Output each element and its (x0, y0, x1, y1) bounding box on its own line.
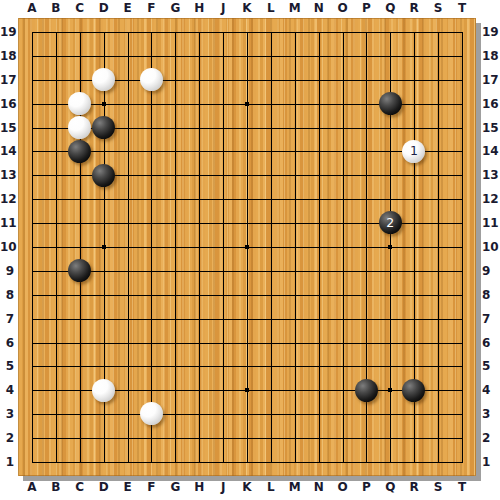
coord-right-1: 1 (482, 454, 500, 470)
coord-bottom-F: F (139, 479, 163, 495)
coord-left-9: 9 (0, 263, 14, 279)
coord-left-1: 1 (0, 454, 14, 470)
coord-left-13: 13 (0, 167, 14, 183)
coord-top-G: G (163, 0, 187, 16)
star-point-K10 (245, 245, 249, 249)
coord-top-T: T (450, 0, 474, 16)
coord-left-11: 11 (0, 215, 14, 231)
coord-bottom-S: S (426, 479, 450, 495)
coord-top-B: B (44, 0, 68, 16)
coord-left-3: 3 (0, 406, 14, 422)
coord-left-16: 16 (0, 96, 14, 112)
coord-left-2: 2 (0, 430, 14, 446)
star-point-K16 (245, 102, 249, 106)
coord-right-12: 12 (482, 191, 500, 207)
coord-right-10: 10 (482, 239, 500, 255)
coord-top-J: J (211, 0, 235, 16)
go-board-diagram: ABCDEFGHJKLMNOPQRST ABCDEFGHJKLMNOPQRST … (0, 0, 500, 500)
coord-left-7: 7 (0, 311, 14, 327)
coord-left-6: 6 (0, 335, 14, 351)
coord-right-8: 8 (482, 287, 500, 303)
black-stone-D13[interactable] (92, 164, 115, 187)
coord-right-19: 19 (482, 24, 500, 40)
coord-top-K: K (235, 0, 259, 16)
coord-right-14: 14 (482, 143, 500, 159)
coord-bottom-J: J (211, 479, 235, 495)
coord-bottom-G: G (163, 479, 187, 495)
white-stone-D17[interactable] (92, 68, 115, 91)
coord-right-3: 3 (482, 406, 500, 422)
coord-right-9: 9 (482, 263, 500, 279)
black-stone-Q16[interactable] (379, 92, 402, 115)
coord-bottom-A: A (20, 479, 44, 495)
star-point-D16 (102, 102, 106, 106)
coord-right-6: 6 (482, 335, 500, 351)
coord-bottom-H: H (187, 479, 211, 495)
coord-right-18: 18 (482, 48, 500, 64)
coord-top-N: N (307, 0, 331, 16)
white-stone-D4[interactable] (92, 379, 115, 402)
coord-top-C: C (68, 0, 92, 16)
coord-bottom-L: L (259, 479, 283, 495)
coord-right-15: 15 (482, 120, 500, 136)
coord-left-10: 10 (0, 239, 14, 255)
star-point-Q10 (388, 245, 392, 249)
coord-bottom-P: P (354, 479, 378, 495)
coord-right-16: 16 (482, 96, 500, 112)
black-stone-C14[interactable] (68, 140, 91, 163)
move-number-2: 2 (386, 217, 394, 230)
coord-left-12: 12 (0, 191, 14, 207)
coord-left-19: 19 (0, 24, 14, 40)
coord-left-18: 18 (0, 48, 14, 64)
star-point-K4 (245, 388, 249, 392)
coord-right-17: 17 (482, 72, 500, 88)
coord-left-14: 14 (0, 143, 14, 159)
coord-left-15: 15 (0, 120, 14, 136)
coord-bottom-D: D (92, 479, 116, 495)
coord-top-A: A (20, 0, 44, 16)
coord-right-13: 13 (482, 167, 500, 183)
coord-right-5: 5 (482, 358, 500, 374)
coord-bottom-M: M (283, 479, 307, 495)
board-points-grid: 12 (20, 20, 474, 474)
coord-bottom-C: C (68, 479, 92, 495)
coord-top-E: E (116, 0, 140, 16)
coord-right-11: 11 (482, 215, 500, 231)
black-stone-P4[interactable] (355, 379, 378, 402)
coord-bottom-T: T (450, 479, 474, 495)
coord-top-D: D (92, 0, 116, 16)
coord-left-17: 17 (0, 72, 14, 88)
coord-top-H: H (187, 0, 211, 16)
coord-left-4: 4 (0, 382, 14, 398)
star-point-Q4 (388, 388, 392, 392)
goban: 12 (18, 18, 476, 476)
black-stone-Q11[interactable]: 2 (379, 211, 402, 234)
black-stone-C9[interactable] (68, 259, 91, 282)
coord-bottom-O: O (331, 479, 355, 495)
coord-top-R: R (402, 0, 426, 16)
coord-top-O: O (331, 0, 355, 16)
white-stone-F3[interactable] (140, 402, 163, 425)
coord-bottom-Q: Q (378, 479, 402, 495)
coord-top-P: P (354, 0, 378, 16)
coord-right-2: 2 (482, 430, 500, 446)
coord-right-4: 4 (482, 382, 500, 398)
coord-top-L: L (259, 0, 283, 16)
coord-bottom-K: K (235, 479, 259, 495)
white-stone-F17[interactable] (140, 68, 163, 91)
white-stone-C16[interactable] (68, 92, 91, 115)
black-stone-R4[interactable] (402, 379, 425, 402)
coord-left-5: 5 (0, 358, 14, 374)
coord-bottom-N: N (307, 479, 331, 495)
coord-left-8: 8 (0, 287, 14, 303)
move-number-1: 1 (410, 145, 418, 158)
coord-top-S: S (426, 0, 450, 16)
coord-right-7: 7 (482, 311, 500, 327)
coord-top-F: F (139, 0, 163, 16)
coord-bottom-R: R (402, 479, 426, 495)
white-stone-C15[interactable] (68, 116, 91, 139)
coord-bottom-E: E (116, 479, 140, 495)
coord-top-M: M (283, 0, 307, 16)
star-point-D10 (102, 245, 106, 249)
black-stone-D15[interactable] (92, 116, 115, 139)
coord-top-Q: Q (378, 0, 402, 16)
coord-bottom-B: B (44, 479, 68, 495)
white-stone-R14[interactable]: 1 (402, 140, 425, 163)
